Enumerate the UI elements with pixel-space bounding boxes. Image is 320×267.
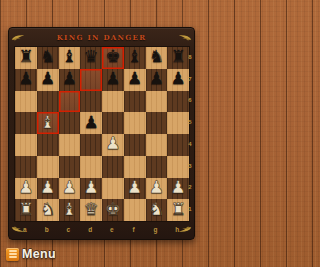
menu-button[interactable]: Menu xyxy=(6,246,56,262)
piece-white-pawn: ♟ xyxy=(84,179,99,196)
square-f3[interactable] xyxy=(124,156,146,178)
piece-black-knight: ♞ xyxy=(149,48,164,65)
rank-label-5: 5 xyxy=(186,111,194,133)
piece-white-pawn: ♟ xyxy=(127,179,142,196)
piece-white-pawn: ♟ xyxy=(171,179,186,196)
square-d2[interactable]: ♟ xyxy=(80,178,102,200)
square-d1[interactable]: ♛ xyxy=(80,199,102,221)
square-f6[interactable] xyxy=(124,91,146,113)
square-f5[interactable] xyxy=(124,112,146,134)
file-label-b: b xyxy=(36,219,58,239)
file-label-e: e xyxy=(101,219,123,239)
rank-label-7: 7 xyxy=(186,68,194,90)
square-c8[interactable]: ♝ xyxy=(59,47,81,69)
piece-black-king: ♚ xyxy=(105,48,120,65)
piece-black-knight: ♞ xyxy=(40,48,55,65)
square-b4[interactable] xyxy=(37,134,59,156)
piece-white-pawn: ♟ xyxy=(18,179,33,196)
square-d7[interactable] xyxy=(80,69,102,91)
square-d4[interactable] xyxy=(80,134,102,156)
square-g1[interactable]: ♞ xyxy=(146,199,168,221)
square-b6[interactable] xyxy=(37,91,59,113)
piece-white-pawn: ♟ xyxy=(105,135,120,152)
square-g4[interactable] xyxy=(146,134,168,156)
file-labels: abcdefgh xyxy=(14,219,188,239)
rank-label-2: 2 xyxy=(186,177,194,199)
chess-board-frame: KING IN DANGER ♜♞♝♛♚♝♞♜♟♟♟♟♟♟♟♝♟♟♟♟♟♟♟♟♟… xyxy=(8,27,195,240)
square-e8[interactable]: ♚ xyxy=(102,47,124,69)
piece-white-knight: ♞ xyxy=(40,201,55,218)
square-e5[interactable] xyxy=(102,112,124,134)
square-g6[interactable] xyxy=(146,91,168,113)
piece-white-knight: ♞ xyxy=(149,201,164,218)
square-f1[interactable] xyxy=(124,199,146,221)
rank-label-3: 3 xyxy=(186,155,194,177)
square-g8[interactable]: ♞ xyxy=(146,47,168,69)
square-a8[interactable]: ♜ xyxy=(15,47,37,69)
square-c5[interactable] xyxy=(59,112,81,134)
square-e2[interactable] xyxy=(102,178,124,200)
file-label-c: c xyxy=(58,219,80,239)
square-c1[interactable]: ♝ xyxy=(59,199,81,221)
square-e7[interactable]: ♟ xyxy=(102,69,124,91)
chess-board: ♜♞♝♛♚♝♞♜♟♟♟♟♟♟♟♝♟♟♟♟♟♟♟♟♟♜♞♝♛♚♞♜ xyxy=(14,46,190,222)
piece-black-pawn: ♟ xyxy=(105,70,120,87)
piece-black-bishop: ♝ xyxy=(62,48,77,65)
square-a4[interactable] xyxy=(15,134,37,156)
square-c7[interactable]: ♟ xyxy=(59,69,81,91)
square-c4[interactable] xyxy=(59,134,81,156)
square-e1[interactable]: ♚ xyxy=(102,199,124,221)
square-c2[interactable]: ♟ xyxy=(59,178,81,200)
square-a3[interactable] xyxy=(15,156,37,178)
square-f2[interactable]: ♟ xyxy=(124,178,146,200)
piece-white-pawn: ♟ xyxy=(62,179,77,196)
square-e6[interactable] xyxy=(102,91,124,113)
square-b5[interactable]: ♝ xyxy=(37,112,59,134)
square-a6[interactable] xyxy=(15,91,37,113)
piece-black-pawn: ♟ xyxy=(40,70,55,87)
square-b7[interactable]: ♟ xyxy=(37,69,59,91)
square-d3[interactable] xyxy=(80,156,102,178)
piece-black-pawn: ♟ xyxy=(149,70,164,87)
file-label-f: f xyxy=(123,219,145,239)
status-banner: KING IN DANGER xyxy=(9,28,194,46)
rank-label-1: 1 xyxy=(186,198,194,220)
square-d5[interactable]: ♟ xyxy=(80,112,102,134)
square-g3[interactable] xyxy=(146,156,168,178)
rank-label-8: 8 xyxy=(186,46,194,68)
rank-labels: 87654321 xyxy=(186,46,194,220)
piece-black-rook: ♜ xyxy=(18,48,33,65)
square-g5[interactable] xyxy=(146,112,168,134)
square-c6[interactable] xyxy=(59,91,81,113)
square-c3[interactable] xyxy=(59,156,81,178)
square-d8[interactable]: ♛ xyxy=(80,47,102,69)
piece-white-bishop: ♝ xyxy=(40,114,55,131)
piece-black-pawn: ♟ xyxy=(84,114,99,131)
piece-white-queen: ♛ xyxy=(84,201,99,218)
piece-black-bishop: ♝ xyxy=(127,48,142,65)
square-a5[interactable] xyxy=(15,112,37,134)
piece-black-queen: ♛ xyxy=(84,48,99,65)
square-f7[interactable]: ♟ xyxy=(124,69,146,91)
square-a2[interactable]: ♟ xyxy=(15,178,37,200)
piece-black-pawn: ♟ xyxy=(171,70,186,87)
square-a7[interactable]: ♟ xyxy=(15,69,37,91)
file-label-h: h xyxy=(166,219,188,239)
rank-label-6: 6 xyxy=(186,90,194,112)
hamburger-menu-icon xyxy=(6,248,19,261)
square-d6[interactable] xyxy=(80,91,102,113)
square-b8[interactable]: ♞ xyxy=(37,47,59,69)
piece-black-pawn: ♟ xyxy=(127,70,142,87)
piece-white-king: ♚ xyxy=(105,201,120,218)
piece-white-pawn: ♟ xyxy=(40,179,55,196)
square-f8[interactable]: ♝ xyxy=(124,47,146,69)
piece-white-rook: ♜ xyxy=(18,201,33,218)
file-label-g: g xyxy=(145,219,167,239)
piece-white-bishop: ♝ xyxy=(62,201,77,218)
square-g2[interactable]: ♟ xyxy=(146,178,168,200)
square-g7[interactable]: ♟ xyxy=(146,69,168,91)
file-label-d: d xyxy=(79,219,101,239)
piece-black-rook: ♜ xyxy=(171,48,186,65)
square-e4[interactable]: ♟ xyxy=(102,134,124,156)
square-e3[interactable] xyxy=(102,156,124,178)
square-b1[interactable]: ♞ xyxy=(37,199,59,221)
piece-black-pawn: ♟ xyxy=(18,70,33,87)
square-b2[interactable]: ♟ xyxy=(37,178,59,200)
file-label-a: a xyxy=(14,219,36,239)
square-f4[interactable] xyxy=(124,134,146,156)
rank-label-4: 4 xyxy=(186,133,194,155)
square-a1[interactable]: ♜ xyxy=(15,199,37,221)
piece-white-rook: ♜ xyxy=(171,201,186,218)
menu-button-label: Menu xyxy=(22,247,56,261)
piece-black-pawn: ♟ xyxy=(62,70,77,87)
piece-white-pawn: ♟ xyxy=(149,179,164,196)
square-b3[interactable] xyxy=(37,156,59,178)
